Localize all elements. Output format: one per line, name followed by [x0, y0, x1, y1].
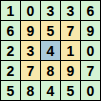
grid-cell[interactable]: 3: [21, 41, 40, 60]
grid-cell[interactable]: 0: [81, 41, 100, 60]
grid-cell-selected[interactable]: 4: [41, 41, 60, 60]
grid-cell[interactable]: 9: [61, 61, 80, 80]
grid-cell[interactable]: 6: [81, 1, 100, 20]
grid-cell[interactable]: 5: [1, 81, 20, 100]
puzzle-board: 1033669579234102789758450: [0, 0, 101, 101]
grid-cell[interactable]: 9: [21, 21, 40, 40]
grid-cell[interactable]: 1: [1, 1, 20, 20]
grid-cell[interactable]: 9: [81, 21, 100, 40]
grid-cell[interactable]: 5: [61, 81, 80, 100]
grid-cell[interactable]: 7: [81, 61, 100, 80]
grid-cell[interactable]: 0: [21, 1, 40, 20]
grid-cell[interactable]: 7: [21, 61, 40, 80]
grid-cell[interactable]: 2: [1, 41, 20, 60]
grid-cell[interactable]: 6: [1, 21, 20, 40]
grid-cell[interactable]: 0: [81, 81, 100, 100]
grid-cell[interactable]: 4: [41, 81, 60, 100]
grid-cell[interactable]: 5: [41, 21, 60, 40]
grid-cell[interactable]: 8: [41, 61, 60, 80]
grid-cell[interactable]: 1: [61, 41, 80, 60]
grid-cell[interactable]: 8: [21, 81, 40, 100]
grid-cell[interactable]: 7: [61, 21, 80, 40]
grid-cell[interactable]: 2: [1, 61, 20, 80]
grid-cell[interactable]: 3: [61, 1, 80, 20]
grid-cell[interactable]: 3: [41, 1, 60, 20]
